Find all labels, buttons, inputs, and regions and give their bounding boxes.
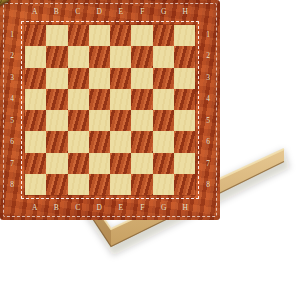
square-d4 <box>89 89 110 110</box>
label-file-far-B: B <box>54 8 59 16</box>
square-c8 <box>68 174 89 195</box>
square-g8 <box>153 174 174 195</box>
square-a7 <box>25 153 46 174</box>
label-rank-left-5: 5 <box>10 117 14 125</box>
label-rank-left-6: 6 <box>10 139 14 147</box>
square-h7 <box>174 153 195 174</box>
square-b2 <box>46 46 67 67</box>
square-a8 <box>25 174 46 195</box>
label-rank-right-3: 3 <box>206 74 210 82</box>
square-f6 <box>131 131 152 152</box>
label-rank-left-1: 1 <box>10 31 14 39</box>
square-h3 <box>174 68 195 89</box>
square-c1 <box>68 25 89 46</box>
square-a4 <box>25 89 46 110</box>
square-g2 <box>153 46 174 67</box>
label-rank-left-4: 4 <box>10 96 14 104</box>
label-file-far-G: G <box>161 8 166 16</box>
label-rank-right-1: 1 <box>206 31 210 39</box>
square-b1 <box>46 25 67 46</box>
label-file-far-F: F <box>140 8 144 16</box>
square-c7 <box>68 153 89 174</box>
label-rank-right-8: 8 <box>206 182 210 190</box>
square-e7 <box>110 153 131 174</box>
square-d5 <box>89 110 110 131</box>
square-f3 <box>131 68 152 89</box>
label-file-near-G: G <box>161 204 166 212</box>
label-file-near-A: A <box>32 204 37 212</box>
square-c5 <box>68 110 89 131</box>
square-e2 <box>110 46 131 67</box>
square-g5 <box>153 110 174 131</box>
square-h4 <box>174 89 195 110</box>
chess-board: AABBCCDDEEFFGGHH1122334455667788 <box>0 0 220 220</box>
label-file-near-F: F <box>140 204 144 212</box>
square-h5 <box>174 110 195 131</box>
label-rank-right-6: 6 <box>206 139 210 147</box>
label-file-far-D: D <box>97 8 102 16</box>
square-b7 <box>46 153 67 174</box>
square-h1 <box>174 25 195 46</box>
square-d8 <box>89 174 110 195</box>
label-rank-right-5: 5 <box>206 117 210 125</box>
label-rank-left-2: 2 <box>10 53 14 61</box>
square-g6 <box>153 131 174 152</box>
square-f8 <box>131 174 152 195</box>
label-file-near-D: D <box>97 204 102 212</box>
label-rank-right-2: 2 <box>206 53 210 61</box>
square-a5 <box>25 110 46 131</box>
square-e5 <box>110 110 131 131</box>
square-b5 <box>46 110 67 131</box>
square-f4 <box>131 89 152 110</box>
square-e8 <box>110 174 131 195</box>
label-rank-left-8: 8 <box>10 182 14 190</box>
label-rank-right-7: 7 <box>206 160 210 168</box>
square-e4 <box>110 89 131 110</box>
square-h8 <box>174 174 195 195</box>
square-f7 <box>131 153 152 174</box>
board-field <box>24 24 196 196</box>
clasp-loop <box>0 0 3 5</box>
label-file-far-E: E <box>118 8 123 16</box>
square-b6 <box>46 131 67 152</box>
product-photo: AABBCCDDEEFFGGHH1122334455667788 ♜♞♝♛♚♝♞… <box>0 0 300 300</box>
label-file-far-C: C <box>75 8 80 16</box>
square-g3 <box>153 68 174 89</box>
square-d1 <box>89 25 110 46</box>
label-file-near-H: H <box>183 204 188 212</box>
square-g4 <box>153 89 174 110</box>
square-e6 <box>110 131 131 152</box>
label-file-near-C: C <box>75 204 80 212</box>
square-g1 <box>153 25 174 46</box>
label-file-far-H: H <box>183 8 188 16</box>
square-a1 <box>25 25 46 46</box>
label-file-far-A: A <box>32 8 37 16</box>
square-c3 <box>68 68 89 89</box>
square-d2 <box>89 46 110 67</box>
square-a6 <box>25 131 46 152</box>
square-d6 <box>89 131 110 152</box>
square-e1 <box>110 25 131 46</box>
square-c2 <box>68 46 89 67</box>
square-b8 <box>46 174 67 195</box>
square-h2 <box>174 46 195 67</box>
square-b4 <box>46 89 67 110</box>
square-b3 <box>46 68 67 89</box>
label-rank-left-3: 3 <box>10 74 14 82</box>
square-f1 <box>131 25 152 46</box>
square-g7 <box>153 153 174 174</box>
square-a3 <box>25 68 46 89</box>
square-d3 <box>89 68 110 89</box>
square-c6 <box>68 131 89 152</box>
square-f5 <box>131 110 152 131</box>
square-c4 <box>68 89 89 110</box>
label-rank-right-4: 4 <box>206 96 210 104</box>
label-file-near-E: E <box>118 204 123 212</box>
square-a2 <box>25 46 46 67</box>
square-h6 <box>174 131 195 152</box>
label-file-near-B: B <box>54 204 59 212</box>
square-e3 <box>110 68 131 89</box>
label-rank-left-7: 7 <box>10 160 14 168</box>
square-f2 <box>131 46 152 67</box>
square-d7 <box>89 153 110 174</box>
